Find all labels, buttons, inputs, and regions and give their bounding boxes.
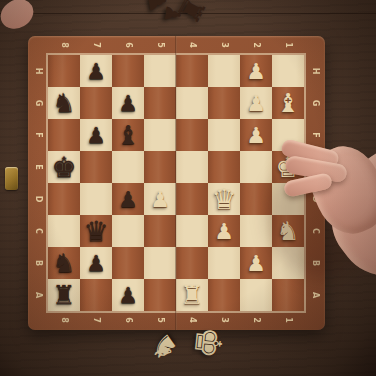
square-e6[interactable] (112, 151, 144, 183)
square-d3[interactable]: ♛ (208, 183, 240, 215)
black-pawn-g6[interactable]: ♟ (118, 91, 138, 116)
square-a4[interactable]: ♜ (176, 279, 208, 311)
coord-right-A: A (308, 288, 322, 302)
coord-bottom-7: 7 (89, 313, 103, 327)
square-g7[interactable] (80, 87, 112, 119)
square-e2[interactable] (240, 151, 272, 183)
square-h2[interactable]: ♟ (240, 55, 272, 87)
square-h6[interactable] (112, 55, 144, 87)
square-c4[interactable] (176, 215, 208, 247)
white-pawn-h2[interactable]: ♟ (246, 59, 266, 84)
white-pawn-g2[interactable]: ♟ (246, 91, 266, 116)
coord-top-6: 6 (121, 38, 135, 52)
black-rook-a8[interactable]: ♜ (52, 280, 75, 310)
coord-top-3: 3 (217, 38, 231, 52)
square-h1[interactable] (272, 55, 304, 87)
square-c7[interactable]: ♛ (80, 215, 112, 247)
square-a5[interactable] (144, 279, 176, 311)
coord-bottom-5: 5 (153, 313, 167, 327)
coord-bottom-1: 1 (281, 313, 295, 327)
square-g4[interactable] (176, 87, 208, 119)
square-a2[interactable] (240, 279, 272, 311)
square-c5[interactable] (144, 215, 176, 247)
square-f5[interactable] (144, 119, 176, 151)
square-b6[interactable] (112, 247, 144, 279)
square-b2[interactable]: ♟ (240, 247, 272, 279)
coord-right-F: F (308, 128, 322, 142)
coord-left-H: H (31, 64, 45, 78)
coord-left-C: C (31, 224, 45, 238)
square-e5[interactable] (144, 151, 176, 183)
square-e7[interactable] (80, 151, 112, 183)
coord-top-4: 4 (185, 38, 199, 52)
white-pawn-c3[interactable]: ♟ (214, 219, 234, 244)
chess-board: ♟♟♞♟♟♝♟♝♟♚♚♟♟♛♛♟♞♞♟♟♜♟♜ 8765432187654321… (28, 36, 325, 330)
coord-left-D: D (31, 192, 45, 206)
square-b3[interactable] (208, 247, 240, 279)
brass-latch (5, 167, 18, 190)
black-pawn-d6[interactable]: ♟ (118, 187, 138, 212)
square-d5[interactable]: ♟ (144, 183, 176, 215)
coord-left-A: A (31, 288, 45, 302)
coord-top-1: 1 (281, 38, 295, 52)
white-queen-d3[interactable]: ♛ (211, 183, 236, 216)
coord-left-G: G (31, 96, 45, 110)
square-a8[interactable]: ♜ (48, 279, 80, 311)
captured-white-knight: ♞ (141, 326, 185, 368)
table-surface: ♟♟♞♟♟♝♟♝♟♚♚♟♟♛♛♟♞♞♟♟♜♟♜ 8765432187654321… (0, 0, 376, 376)
square-a1[interactable] (272, 279, 304, 311)
black-pawn-a6[interactable]: ♟ (118, 283, 138, 308)
square-h7[interactable]: ♟ (80, 55, 112, 87)
coord-bottom-8: 8 (57, 313, 71, 327)
square-d6[interactable]: ♟ (112, 183, 144, 215)
board-fold-seam (175, 36, 177, 330)
square-f8[interactable] (48, 119, 80, 151)
square-g2[interactable]: ♟ (240, 87, 272, 119)
white-rook-a4[interactable]: ♜ (180, 280, 203, 310)
white-pawn-f2[interactable]: ♟ (246, 123, 266, 148)
square-f4[interactable] (176, 119, 208, 151)
coord-top-2: 2 (249, 38, 263, 52)
black-pawn-f7[interactable]: ♟ (86, 123, 106, 148)
square-f7[interactable]: ♟ (80, 119, 112, 151)
black-knight-g8[interactable]: ♞ (52, 88, 75, 118)
square-c6[interactable] (112, 215, 144, 247)
black-pawn-b7[interactable]: ♟ (86, 251, 106, 276)
black-king-e8[interactable]: ♚ (51, 151, 76, 184)
square-g3[interactable] (208, 87, 240, 119)
square-b4[interactable] (176, 247, 208, 279)
square-e3[interactable] (208, 151, 240, 183)
black-bishop-f6[interactable]: ♝ (116, 120, 139, 150)
coord-bottom-6: 6 (121, 313, 135, 327)
square-h8[interactable] (48, 55, 80, 87)
square-b8[interactable]: ♞ (48, 247, 80, 279)
coord-top-8: 8 (57, 38, 71, 52)
square-h5[interactable] (144, 55, 176, 87)
square-d4[interactable] (176, 183, 208, 215)
square-a7[interactable] (80, 279, 112, 311)
square-d8[interactable] (48, 183, 80, 215)
square-g6[interactable]: ♟ (112, 87, 144, 119)
square-e4[interactable] (176, 151, 208, 183)
square-e8[interactable]: ♚ (48, 151, 80, 183)
square-d7[interactable] (80, 183, 112, 215)
white-bishop-g1[interactable]: ♝ (276, 88, 299, 118)
square-g8[interactable]: ♞ (48, 87, 80, 119)
square-c8[interactable] (48, 215, 80, 247)
black-pawn-h7[interactable]: ♟ (86, 59, 106, 84)
captured-white-king: ♚ (186, 324, 230, 360)
coord-bottom-2: 2 (249, 313, 263, 327)
black-knight-b8[interactable]: ♞ (52, 248, 75, 278)
square-f6[interactable]: ♝ (112, 119, 144, 151)
square-a3[interactable] (208, 279, 240, 311)
white-pawn-d5[interactable]: ♟ (150, 187, 170, 212)
square-c3[interactable]: ♟ (208, 215, 240, 247)
coord-bottom-3: 3 (217, 313, 231, 327)
square-h3[interactable] (208, 55, 240, 87)
coord-left-B: B (31, 256, 45, 270)
square-a6[interactable]: ♟ (112, 279, 144, 311)
coord-right-G: G (308, 96, 322, 110)
coord-top-5: 5 (153, 38, 167, 52)
white-pawn-b2[interactable]: ♟ (246, 251, 266, 276)
square-g5[interactable] (144, 87, 176, 119)
square-g1[interactable]: ♝ (272, 87, 304, 119)
coord-left-F: F (31, 128, 45, 142)
square-b5[interactable] (144, 247, 176, 279)
square-f3[interactable] (208, 119, 240, 151)
coord-left-E: E (31, 160, 45, 174)
square-h4[interactable] (176, 55, 208, 87)
square-b7[interactable]: ♟ (80, 247, 112, 279)
black-queen-c7[interactable]: ♛ (83, 215, 108, 248)
coord-right-H: H (308, 64, 322, 78)
coord-top-7: 7 (89, 38, 103, 52)
curled-fingers (0, 0, 39, 35)
square-f2[interactable]: ♟ (240, 119, 272, 151)
